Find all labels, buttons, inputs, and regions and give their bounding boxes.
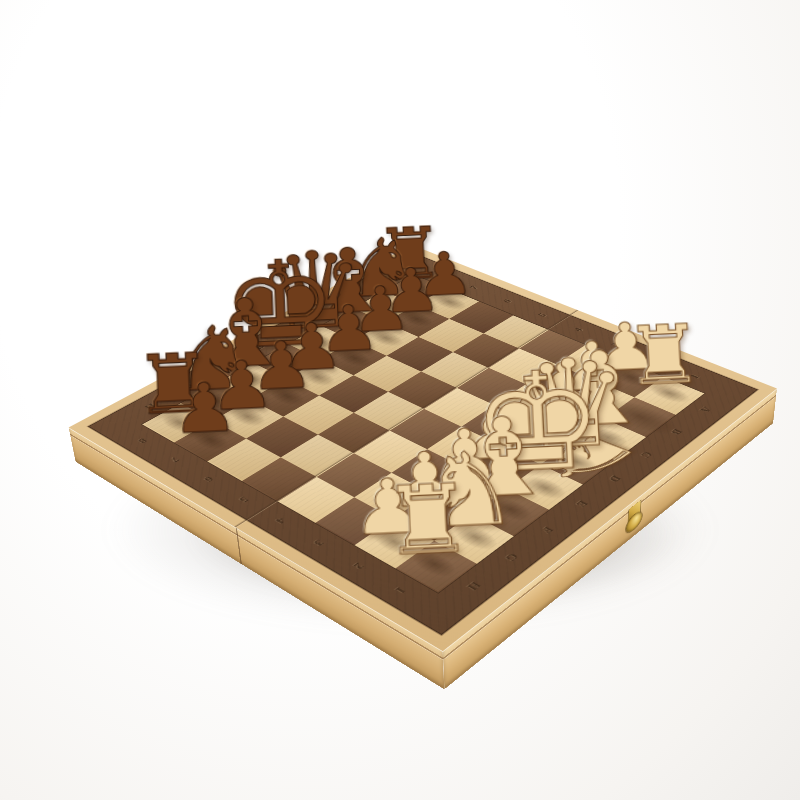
fold-seam-on-side — [236, 527, 243, 564]
studio-background: AA11BB22CC33DD44EE55FF66GG77HH88♜♞♝♛♚♝♞♜… — [0, 0, 800, 800]
latch-plate — [628, 500, 640, 523]
white-rook-glyph: ♜ — [347, 469, 508, 570]
black-pawn-glyph: ♟ — [134, 371, 275, 445]
